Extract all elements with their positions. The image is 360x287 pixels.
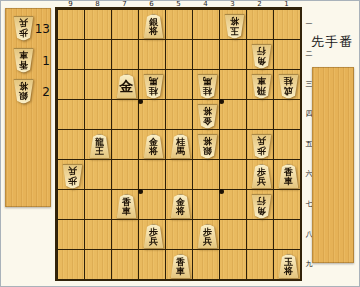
koma-kanji: 歩 兵 — [68, 166, 77, 184]
koma-kanji: 香 車 — [122, 198, 131, 216]
koma-kanji: 銀 将 — [203, 136, 212, 154]
koma-kanji: 桂 馬 — [203, 76, 212, 94]
koma-sente-1九[interactable]: 玉 将 — [278, 254, 299, 279]
koma-sente-2六[interactable]: 歩 兵 — [251, 164, 272, 189]
turn-indicator: 先手番 — [311, 33, 353, 51]
star-point — [138, 189, 143, 194]
star-point — [138, 99, 143, 104]
hand-piece-count: 2 — [34, 85, 50, 99]
koma-kanji: 成 桂 — [284, 76, 293, 94]
koma-kanji: 龍 王 — [95, 138, 104, 156]
koma-sente-7三[interactable]: 金 — [116, 74, 137, 99]
koma-sente-6五[interactable]: 金 将 — [143, 134, 164, 159]
koma-gote-2五[interactable]: 歩 兵 — [251, 134, 272, 159]
koma-gote-6三[interactable]: 桂 馬 — [143, 74, 164, 99]
koma-sente-6八[interactable]: 歩 兵 — [143, 224, 164, 249]
koma-gote-4五[interactable]: 銀 将 — [197, 134, 218, 159]
koma-sente-8五[interactable]: 龍 王 — [89, 134, 110, 159]
koma-kanji: 歩 兵 — [203, 228, 212, 246]
koma-kanji: 歩 兵 — [257, 136, 266, 154]
koma-kanji: 金 — [120, 79, 134, 93]
koma-kanji: 金 将 — [149, 138, 158, 156]
koma-kanji: 金 将 — [176, 198, 185, 216]
sente-captured-pieces-tray[interactable] — [312, 67, 354, 263]
koma-kanji: 香 車 — [176, 258, 185, 276]
star-point — [219, 189, 224, 194]
koma-hand-香車[interactable]: 香 車 — [13, 48, 34, 73]
koma-gote-9六[interactable]: 歩 兵 — [62, 164, 83, 189]
koma-hand-歩兵[interactable]: 歩 兵 — [13, 16, 34, 41]
koma-kanji: 歩 兵 — [19, 18, 28, 36]
star-point — [219, 99, 224, 104]
koma-kanji: 桂 馬 — [176, 138, 185, 156]
shogi-diagram: 987654321 銀 将玉 将角 行金桂 馬桂 馬飛 車成 桂金 将龍 王金 … — [0, 0, 360, 287]
koma-gote-1三[interactable]: 成 桂 — [278, 74, 299, 99]
koma-gote-2三[interactable]: 飛 車 — [251, 74, 272, 99]
koma-gote-2七[interactable]: 角 行 — [251, 194, 272, 219]
koma-gote-2二[interactable]: 角 行 — [251, 44, 272, 69]
shogi-board[interactable]: 銀 将玉 将角 行金桂 馬桂 馬飛 車成 桂金 将龍 王金 将桂 馬銀 将歩 兵… — [55, 7, 302, 281]
koma-kanji: 桂 馬 — [149, 76, 158, 94]
koma-hand-銀将[interactable]: 銀 将 — [13, 79, 34, 104]
koma-kanji: 歩 兵 — [149, 228, 158, 246]
koma-kanji: 玉 将 — [284, 258, 293, 276]
koma-kanji: 玉 将 — [230, 16, 239, 34]
koma-kanji: 香 車 — [284, 168, 293, 186]
koma-gote-3一[interactable]: 玉 将 — [224, 14, 245, 39]
koma-kanji: 歩 兵 — [257, 168, 266, 186]
koma-sente-6一[interactable]: 銀 将 — [143, 14, 164, 39]
koma-kanji: 金 将 — [203, 106, 212, 124]
koma-gote-4三[interactable]: 桂 馬 — [197, 74, 218, 99]
koma-kanji: 銀 将 — [19, 81, 28, 99]
koma-kanji: 銀 将 — [149, 18, 158, 36]
hand-piece-count: 13 — [34, 22, 50, 36]
koma-sente-5九[interactable]: 香 車 — [170, 254, 191, 279]
gote-captured-pieces-tray[interactable]: 歩 兵13香 車1銀 将2 — [5, 8, 51, 207]
koma-kanji: 香 車 — [19, 50, 28, 68]
koma-sente-5五[interactable]: 桂 馬 — [170, 134, 191, 159]
koma-kanji: 角 行 — [257, 46, 266, 64]
koma-sente-7七[interactable]: 香 車 — [116, 194, 137, 219]
koma-sente-4八[interactable]: 歩 兵 — [197, 224, 218, 249]
hand-piece-count: 1 — [34, 54, 50, 68]
koma-kanji: 飛 車 — [257, 76, 266, 94]
koma-sente-1六[interactable]: 香 車 — [278, 164, 299, 189]
koma-sente-5七[interactable]: 金 将 — [170, 194, 191, 219]
koma-gote-4四[interactable]: 金 将 — [197, 104, 218, 129]
koma-kanji: 角 行 — [257, 196, 266, 214]
